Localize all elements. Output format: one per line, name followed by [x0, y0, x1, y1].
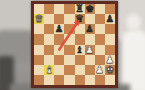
square-f4[interactable]: ♟ [85, 45, 95, 55]
square-g1[interactable] [95, 75, 105, 85]
piece-black-queen-e7[interactable]: ♛ [75, 14, 84, 24]
square-e3[interactable] [75, 55, 85, 65]
square-c2[interactable] [54, 65, 64, 75]
square-d7[interactable] [64, 14, 74, 24]
square-b6[interactable] [44, 24, 54, 34]
square-f8[interactable]: ♚ [85, 4, 95, 14]
blurred-chess-piece-head [126, 14, 141, 30]
square-a1[interactable] [34, 75, 44, 85]
piece-black-pawn-c6[interactable]: ♟ [55, 24, 64, 34]
video-scene: ♜♚♛♛♟♟♟♝♟♟♝♟♚ [0, 0, 145, 90]
piece-white-bishop-b2[interactable]: ♝ [45, 65, 54, 75]
square-g7[interactable] [95, 14, 105, 24]
square-e4[interactable]: ♝ [75, 45, 85, 55]
square-d1[interactable] [64, 75, 74, 85]
square-h5[interactable] [105, 34, 115, 44]
square-f2[interactable] [85, 65, 95, 75]
square-f5[interactable] [85, 34, 95, 44]
square-a3[interactable] [34, 55, 44, 65]
square-c8[interactable] [54, 4, 64, 14]
square-e2[interactable] [75, 65, 85, 75]
square-b2[interactable]: ♝ [44, 65, 54, 75]
square-d6[interactable] [64, 24, 74, 34]
square-a5[interactable] [34, 34, 44, 44]
square-b1[interactable] [44, 75, 54, 85]
square-g2[interactable]: ♟ [95, 65, 105, 75]
square-g8[interactable] [95, 4, 105, 14]
square-e1[interactable] [75, 75, 85, 85]
square-d8[interactable] [64, 4, 74, 14]
piece-white-pawn-f4[interactable]: ♟ [85, 45, 94, 55]
square-b7[interactable] [44, 14, 54, 24]
square-g4[interactable] [95, 45, 105, 55]
square-a2[interactable] [34, 65, 44, 75]
piece-black-bishop-e4[interactable]: ♝ [75, 45, 84, 55]
piece-white-queen-a7[interactable]: ♛ [35, 14, 44, 24]
square-d4[interactable] [64, 45, 74, 55]
square-c6[interactable]: ♟ [54, 24, 64, 34]
square-c3[interactable] [54, 55, 64, 65]
square-f6[interactable]: ♟ [85, 24, 95, 34]
square-h1[interactable] [105, 75, 115, 85]
square-c5[interactable] [54, 34, 64, 44]
square-a4[interactable] [34, 45, 44, 55]
square-h6[interactable] [105, 24, 115, 34]
piece-black-pawn-h7[interactable]: ♟ [105, 14, 114, 24]
piece-black-king-f8[interactable]: ♚ [85, 4, 94, 14]
board-squares: ♜♚♛♛♟♟♟♝♟♟♝♟♚ [34, 4, 115, 85]
square-f1[interactable] [85, 75, 95, 85]
piece-black-pawn-f6[interactable]: ♟ [85, 24, 94, 34]
square-e7[interactable]: ♛ [75, 14, 85, 24]
square-d3[interactable] [64, 55, 74, 65]
square-f3[interactable] [85, 55, 95, 65]
piece-white-king-h2[interactable]: ♚ [105, 65, 114, 75]
chess-board[interactable]: ♜♚♛♛♟♟♟♝♟♟♝♟♚ [31, 1, 118, 88]
square-e5[interactable] [75, 34, 85, 44]
square-c4[interactable] [54, 45, 64, 55]
square-g6[interactable] [95, 24, 105, 34]
square-b5[interactable] [44, 34, 54, 44]
square-h2[interactable]: ♚ [105, 65, 115, 75]
square-d5[interactable] [64, 34, 74, 44]
square-d2[interactable] [64, 65, 74, 75]
square-g5[interactable] [95, 34, 105, 44]
square-e6[interactable] [75, 24, 85, 34]
square-a6[interactable] [34, 24, 44, 34]
square-h7[interactable]: ♟ [105, 14, 115, 24]
piece-white-pawn-g2[interactable]: ♟ [95, 65, 104, 75]
square-c1[interactable] [54, 75, 64, 85]
square-b8[interactable] [44, 4, 54, 14]
square-b4[interactable] [44, 45, 54, 55]
square-a7[interactable]: ♛ [34, 14, 44, 24]
blurred-chess-piece-body [122, 30, 145, 90]
